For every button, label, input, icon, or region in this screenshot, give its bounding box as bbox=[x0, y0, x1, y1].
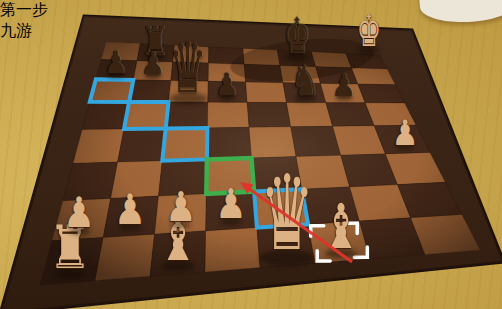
square-d4[interactable] bbox=[207, 127, 252, 159]
piece-white-king-off-board-on-frame[interactable]: ♚ bbox=[369, 9, 408, 53]
square-b5[interactable] bbox=[124, 102, 169, 129]
square-b4[interactable] bbox=[118, 128, 166, 162]
square-b6[interactable] bbox=[129, 80, 171, 102]
square-e5[interactable] bbox=[247, 102, 291, 127]
square-f4[interactable] bbox=[291, 126, 341, 156]
screenshot-stage: ♜♝♛♝♟♟♟♟♟♚♜♚♞♛♟♟♟♟ 第一步 九游 bbox=[0, 0, 502, 309]
piece-white-pawn-b2[interactable]: ♟ bbox=[130, 189, 168, 231]
piece-black-pawn-b7[interactable]: ♟ bbox=[153, 48, 181, 79]
piece-white-bishop-f1[interactable]: ♝ bbox=[341, 196, 397, 258]
piece-white-pawn-d2[interactable]: ♟ bbox=[231, 184, 268, 225]
piece-white-pawn-a2[interactable]: ♟ bbox=[79, 192, 117, 234]
square-e4[interactable] bbox=[249, 127, 296, 158]
piece-white-pawn-c2[interactable]: ♟ bbox=[181, 187, 218, 228]
piece-white-pawn-h4[interactable]: ♟ bbox=[405, 115, 436, 150]
piece-black-king-held-by-hand-f8[interactable]: ♚ bbox=[297, 11, 342, 61]
square-d5[interactable] bbox=[207, 102, 249, 128]
piece-black-pawn-g6[interactable]: ♟ bbox=[344, 70, 372, 101]
piece-black-pawn-d6[interactable]: ♟ bbox=[227, 69, 255, 100]
square-a5[interactable] bbox=[82, 102, 129, 130]
piece-black-pawn-a7[interactable]: ♟ bbox=[116, 47, 144, 78]
square-f5[interactable] bbox=[287, 103, 333, 127]
square-a4[interactable] bbox=[73, 129, 124, 164]
square-c4[interactable] bbox=[162, 128, 207, 161]
